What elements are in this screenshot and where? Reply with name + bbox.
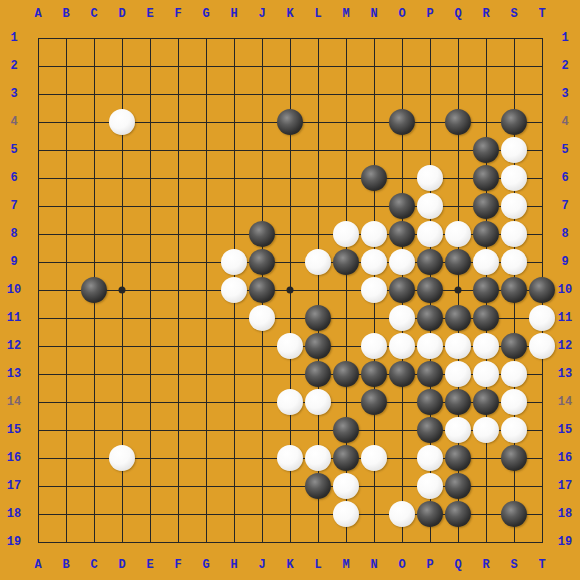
black-stone-O8[interactable]: [389, 221, 415, 247]
white-stone-N8[interactable]: [361, 221, 387, 247]
white-stone-S7[interactable]: [501, 193, 527, 219]
row-label: 2: [10, 59, 17, 73]
row-label: 7: [561, 199, 568, 213]
white-stone-S5[interactable]: [501, 137, 527, 163]
white-stone-R15[interactable]: [473, 417, 499, 443]
black-stone-R7[interactable]: [473, 193, 499, 219]
white-stone-L9[interactable]: [305, 249, 331, 275]
col-label: Q: [454, 7, 461, 21]
white-stone-R9[interactable]: [473, 249, 499, 275]
black-stone-L12[interactable]: [305, 333, 331, 359]
col-label: K: [286, 558, 293, 572]
col-label: A: [34, 7, 41, 21]
row-label: 18: [558, 507, 572, 521]
col-label: O: [398, 7, 405, 21]
white-stone-S6[interactable]: [501, 165, 527, 191]
black-stone-Q11[interactable]: [445, 305, 471, 331]
white-stone-S8[interactable]: [501, 221, 527, 247]
white-stone-M17[interactable]: [333, 473, 359, 499]
black-stone-L17[interactable]: [305, 473, 331, 499]
black-stone-M16[interactable]: [333, 445, 359, 471]
col-label: L: [314, 558, 321, 572]
white-stone-P7[interactable]: [417, 193, 443, 219]
col-label: L: [314, 7, 321, 21]
col-label: H: [230, 558, 237, 572]
black-stone-L11[interactable]: [305, 305, 331, 331]
black-stone-J9[interactable]: [249, 249, 275, 275]
row-label: 1: [10, 31, 17, 45]
white-stone-P12[interactable]: [417, 333, 443, 359]
row-label: 18: [7, 507, 21, 521]
row-label: 8: [10, 227, 17, 241]
black-stone-P13[interactable]: [417, 361, 443, 387]
black-stone-R6[interactable]: [473, 165, 499, 191]
black-stone-S16[interactable]: [501, 445, 527, 471]
black-stone-T10[interactable]: [529, 277, 555, 303]
white-stone-L14[interactable]: [305, 389, 331, 415]
white-stone-K14[interactable]: [277, 389, 303, 415]
black-stone-N6[interactable]: [361, 165, 387, 191]
white-stone-O18[interactable]: [389, 501, 415, 527]
row-label: 6: [10, 171, 17, 185]
col-label: B: [62, 7, 69, 21]
row-label: 13: [7, 367, 21, 381]
col-label: M: [342, 7, 349, 21]
black-stone-M9[interactable]: [333, 249, 359, 275]
white-stone-J11[interactable]: [249, 305, 275, 331]
row-label: 1: [561, 31, 568, 45]
white-stone-N16[interactable]: [361, 445, 387, 471]
row-label: 4: [10, 115, 17, 129]
star-point: [119, 287, 126, 294]
black-stone-J10[interactable]: [249, 277, 275, 303]
row-label: 19: [558, 535, 572, 549]
col-label: P: [426, 7, 433, 21]
row-label: 6: [561, 171, 568, 185]
white-stone-R12[interactable]: [473, 333, 499, 359]
col-label: C: [90, 558, 97, 572]
black-stone-R10[interactable]: [473, 277, 499, 303]
go-board[interactable]: ABCDEFGHJKLMNOPQRST ABCDEFGHJKLMNOPQRST …: [0, 0, 580, 580]
col-label: R: [482, 558, 489, 572]
white-stone-P6[interactable]: [417, 165, 443, 191]
white-stone-T12[interactable]: [529, 333, 555, 359]
white-stone-Q8[interactable]: [445, 221, 471, 247]
col-label: Q: [454, 558, 461, 572]
row-label: 9: [10, 255, 17, 269]
black-stone-R14[interactable]: [473, 389, 499, 415]
black-stone-K4[interactable]: [277, 109, 303, 135]
black-stone-M13[interactable]: [333, 361, 359, 387]
black-stone-Q17[interactable]: [445, 473, 471, 499]
white-stone-S15[interactable]: [501, 417, 527, 443]
black-stone-P14[interactable]: [417, 389, 443, 415]
black-stone-P9[interactable]: [417, 249, 443, 275]
black-stone-O7[interactable]: [389, 193, 415, 219]
white-stone-Q13[interactable]: [445, 361, 471, 387]
col-label: R: [482, 7, 489, 21]
col-label: H: [230, 7, 237, 21]
black-stone-Q18[interactable]: [445, 501, 471, 527]
row-label: 2: [561, 59, 568, 73]
white-stone-O12[interactable]: [389, 333, 415, 359]
col-label: E: [146, 558, 153, 572]
col-label: J: [258, 558, 265, 572]
col-label: S: [510, 558, 517, 572]
black-stone-P15[interactable]: [417, 417, 443, 443]
white-stone-D16[interactable]: [109, 445, 135, 471]
white-stone-S13[interactable]: [501, 361, 527, 387]
row-label: 5: [561, 143, 568, 157]
black-stone-C10[interactable]: [81, 277, 107, 303]
col-label: T: [538, 558, 545, 572]
row-label: 9: [561, 255, 568, 269]
white-stone-P8[interactable]: [417, 221, 443, 247]
black-stone-S10[interactable]: [501, 277, 527, 303]
black-stone-Q16[interactable]: [445, 445, 471, 471]
white-stone-Q12[interactable]: [445, 333, 471, 359]
white-stone-S9[interactable]: [501, 249, 527, 275]
star-point: [287, 287, 294, 294]
black-stone-Q14[interactable]: [445, 389, 471, 415]
black-stone-O13[interactable]: [389, 361, 415, 387]
white-stone-K16[interactable]: [277, 445, 303, 471]
black-stone-N14[interactable]: [361, 389, 387, 415]
black-stone-R11[interactable]: [473, 305, 499, 331]
white-stone-D4[interactable]: [109, 109, 135, 135]
white-stone-O11[interactable]: [389, 305, 415, 331]
row-label: 8: [561, 227, 568, 241]
col-label: D: [118, 558, 125, 572]
white-stone-O9[interactable]: [389, 249, 415, 275]
col-label: T: [538, 7, 545, 21]
black-stone-O4[interactable]: [389, 109, 415, 135]
row-label: 5: [10, 143, 17, 157]
white-stone-S14[interactable]: [501, 389, 527, 415]
col-label: S: [510, 7, 517, 21]
black-stone-R5[interactable]: [473, 137, 499, 163]
row-label: 16: [558, 451, 572, 465]
col-label: F: [174, 7, 181, 21]
white-stone-L16[interactable]: [305, 445, 331, 471]
white-stone-H10[interactable]: [221, 277, 247, 303]
row-label: 15: [7, 423, 21, 437]
col-label: N: [370, 7, 377, 21]
black-stone-Q4[interactable]: [445, 109, 471, 135]
row-label: 3: [10, 87, 17, 101]
row-label: 10: [7, 283, 21, 297]
black-stone-L13[interactable]: [305, 361, 331, 387]
white-stone-N9[interactable]: [361, 249, 387, 275]
col-label: D: [118, 7, 125, 21]
row-label: 11: [7, 311, 21, 325]
black-stone-S18[interactable]: [501, 501, 527, 527]
row-label: 15: [558, 423, 572, 437]
white-stone-R13[interactable]: [473, 361, 499, 387]
white-stone-K12[interactable]: [277, 333, 303, 359]
row-label: 16: [7, 451, 21, 465]
row-label: 4: [561, 115, 568, 129]
row-label: 12: [558, 339, 572, 353]
row-label: 11: [558, 311, 572, 325]
white-stone-P16[interactable]: [417, 445, 443, 471]
col-label: G: [202, 558, 209, 572]
col-label: A: [34, 558, 41, 572]
row-label: 13: [558, 367, 572, 381]
black-stone-O10[interactable]: [389, 277, 415, 303]
row-label: 19: [7, 535, 21, 549]
row-label: 17: [7, 479, 21, 493]
black-stone-M15[interactable]: [333, 417, 359, 443]
row-label: 12: [7, 339, 21, 353]
white-stone-N12[interactable]: [361, 333, 387, 359]
white-stone-M18[interactable]: [333, 501, 359, 527]
col-label: P: [426, 558, 433, 572]
row-label: 14: [7, 395, 21, 409]
star-point: [455, 287, 462, 294]
row-label: 14: [558, 395, 572, 409]
col-label: M: [342, 558, 349, 572]
row-label: 7: [10, 199, 17, 213]
row-label: 3: [561, 87, 568, 101]
white-stone-P17[interactable]: [417, 473, 443, 499]
black-stone-P11[interactable]: [417, 305, 443, 331]
white-stone-N10[interactable]: [361, 277, 387, 303]
col-label: N: [370, 558, 377, 572]
black-stone-N13[interactable]: [361, 361, 387, 387]
grid-line-horizontal: [38, 542, 543, 543]
col-label: G: [202, 7, 209, 21]
col-label: K: [286, 7, 293, 21]
col-label: F: [174, 558, 181, 572]
col-label: C: [90, 7, 97, 21]
black-stone-P18[interactable]: [417, 501, 443, 527]
col-label: E: [146, 7, 153, 21]
black-stone-R8[interactable]: [473, 221, 499, 247]
col-label: B: [62, 558, 69, 572]
col-label: J: [258, 7, 265, 21]
black-stone-P10[interactable]: [417, 277, 443, 303]
col-label: O: [398, 558, 405, 572]
white-stone-Q15[interactable]: [445, 417, 471, 443]
black-stone-J8[interactable]: [249, 221, 275, 247]
black-stone-S12[interactable]: [501, 333, 527, 359]
white-stone-H9[interactable]: [221, 249, 247, 275]
white-stone-T11[interactable]: [529, 305, 555, 331]
black-stone-S4[interactable]: [501, 109, 527, 135]
row-label: 10: [558, 283, 572, 297]
row-label: 17: [558, 479, 572, 493]
black-stone-Q9[interactable]: [445, 249, 471, 275]
white-stone-M8[interactable]: [333, 221, 359, 247]
